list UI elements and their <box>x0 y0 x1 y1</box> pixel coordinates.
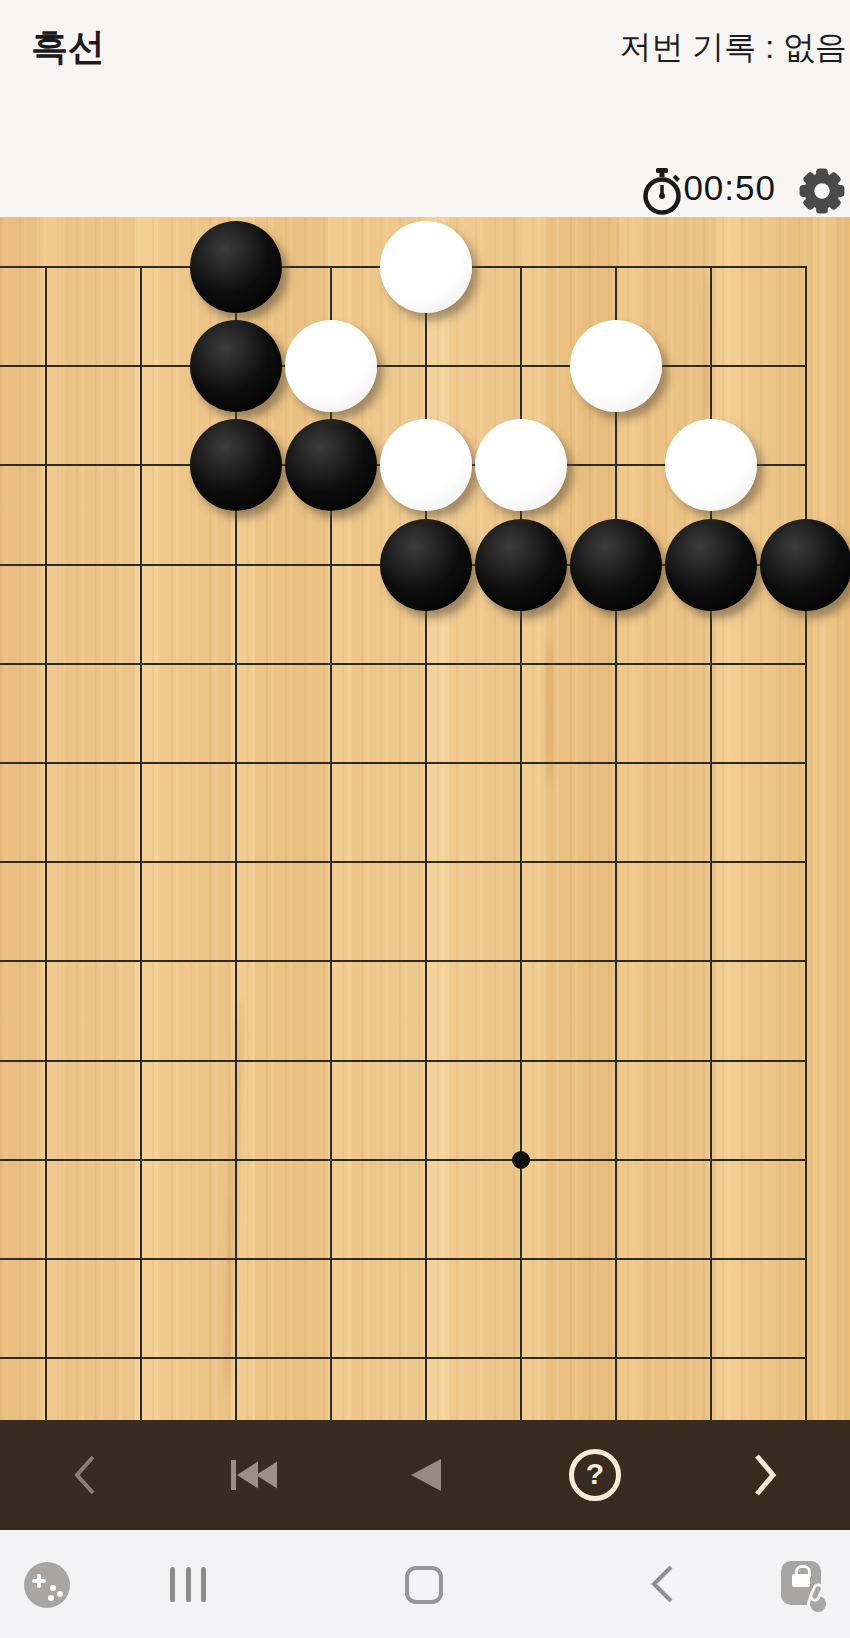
wood-grain-streak <box>546 637 552 787</box>
home-icon[interactable] <box>405 1566 443 1604</box>
page-title: 흑선 <box>31 22 105 72</box>
recent-apps-icon[interactable] <box>170 1567 206 1602</box>
stone-black-Q16 <box>475 519 567 611</box>
grid-hline <box>0 365 807 367</box>
last-record-label: 저번 기록 : 없음 <box>619 26 847 70</box>
grid-hline <box>0 663 807 665</box>
stone-white-P17 <box>380 419 472 511</box>
stone-black-N17 <box>190 419 282 511</box>
grid-hline <box>0 960 807 962</box>
stone-white-Q17 <box>475 419 567 511</box>
grid-hline <box>0 762 807 764</box>
stone-black-O17 <box>285 419 377 511</box>
skip-to-start-icon <box>231 1460 279 1490</box>
stone-white-S17 <box>665 419 757 511</box>
help-icon: ? <box>569 1449 621 1501</box>
hint-button[interactable]: ? <box>510 1449 680 1501</box>
stopwatch-icon <box>640 166 684 218</box>
grid-vline <box>45 267 47 1420</box>
timer-value: 00:50 <box>683 168 776 208</box>
settings-gear-icon[interactable] <box>796 165 848 217</box>
stone-black-P16 <box>380 519 472 611</box>
grid-hline <box>0 1159 807 1161</box>
star-point-icon <box>512 1151 530 1169</box>
grid-vline <box>140 267 142 1420</box>
wood-grain-streak <box>223 997 244 1397</box>
game-launcher-icon[interactable] <box>24 1562 70 1608</box>
header: 흑선 저번 기록 : 없음 00:50 <box>0 0 850 217</box>
android-navbar <box>0 1530 850 1638</box>
grid-hline <box>0 1060 807 1062</box>
go-board[interactable] <box>0 217 850 1420</box>
stone-black-N19 <box>190 221 282 313</box>
stone-white-O18 <box>285 320 377 412</box>
app-screen: 흑선 저번 기록 : 없음 00:50 <box>0 0 850 1638</box>
skip-to-start-button[interactable] <box>170 1460 340 1490</box>
stone-white-R18 <box>570 320 662 412</box>
next-button[interactable] <box>680 1453 850 1497</box>
grid-vline <box>805 267 807 1420</box>
grid-vline <box>615 267 617 1420</box>
pen-write-icon[interactable] <box>781 1561 821 1605</box>
chevron-left-icon <box>74 1454 96 1496</box>
back-icon[interactable] <box>649 1564 675 1604</box>
grid-hline <box>0 1357 807 1359</box>
stone-black-S16 <box>665 519 757 611</box>
grid-hline <box>0 861 807 863</box>
stone-black-N18 <box>190 320 282 412</box>
previous-button[interactable] <box>0 1454 170 1496</box>
grid-hline <box>0 1258 807 1260</box>
help-glyph: ? <box>586 1457 604 1491</box>
step-back-button[interactable] <box>340 1458 510 1492</box>
chevron-right-icon <box>753 1453 777 1497</box>
stone-black-T16 <box>760 519 850 611</box>
puzzle-toolbar: ? <box>0 1420 850 1530</box>
stone-white-P19 <box>380 221 472 313</box>
stone-black-R16 <box>570 519 662 611</box>
triangle-left-icon <box>409 1458 441 1492</box>
